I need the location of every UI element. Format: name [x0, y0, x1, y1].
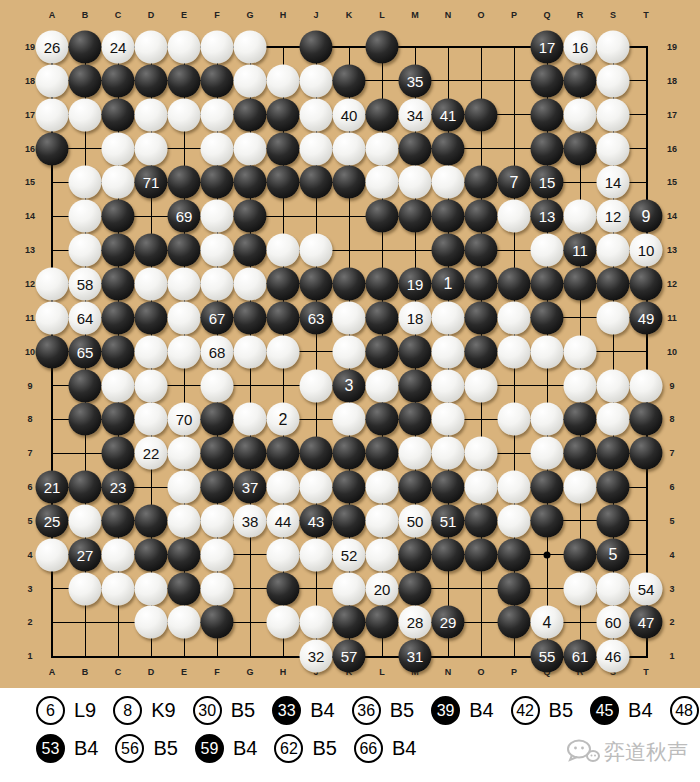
stone-E2: [168, 606, 201, 639]
stone-J17: [300, 98, 333, 131]
stone-Q17: [531, 98, 564, 131]
caption-stone-62: 62: [274, 734, 303, 763]
stone-H17: [267, 98, 300, 131]
stone-E6: [168, 471, 201, 504]
coord-label-row: 5: [27, 516, 32, 526]
move-caption: 弈道秋声 6L98K930B533B436B539B442B545B448B55…: [0, 688, 700, 782]
stone-C17: [102, 98, 135, 131]
coord-label-row: 12: [667, 279, 677, 289]
stone-M12: 19: [399, 267, 432, 300]
caption-point-label: B4: [310, 699, 334, 722]
stone-A19: 26: [36, 31, 69, 64]
coord-label-col: L: [379, 10, 385, 20]
stone-B12: 58: [69, 267, 102, 300]
stone-A6: 21: [36, 471, 69, 504]
stone-D9: [135, 369, 168, 402]
star-point: [544, 551, 551, 558]
move-number: 31: [407, 649, 424, 664]
stone-S15: 14: [597, 166, 630, 199]
coord-label-col: F: [214, 667, 220, 677]
caption-stone-6: 6: [36, 696, 65, 725]
caption-point-label: B4: [74, 737, 98, 760]
caption-stone-48: 48: [670, 696, 699, 725]
stone-P15: 7: [498, 166, 531, 199]
stone-A16: [36, 132, 69, 165]
coord-label-col: J: [313, 10, 318, 20]
stone-O5: [465, 504, 498, 537]
stone-O7: [465, 437, 498, 470]
coord-label-row: 11: [667, 313, 677, 323]
stone-F19: [201, 31, 234, 64]
coord-label-col: G: [246, 667, 253, 677]
stone-N4: [432, 538, 465, 571]
stone-R16: [564, 132, 597, 165]
coord-label-col: H: [280, 667, 287, 677]
stone-B19: [69, 31, 102, 64]
stone-J2: [300, 606, 333, 639]
move-number: 27: [77, 547, 94, 562]
stone-F2: [201, 606, 234, 639]
stone-F8: [201, 403, 234, 436]
stone-L19: [366, 31, 399, 64]
stone-D8: [135, 403, 168, 436]
stone-H13: [267, 234, 300, 267]
stone-G15: [234, 166, 267, 199]
stone-F14: [201, 200, 234, 233]
coord-label-row: 2: [27, 617, 32, 627]
coord-label-row: 17: [667, 110, 677, 120]
caption-point-label: B5: [549, 699, 573, 722]
move-number: 50: [407, 513, 424, 528]
stone-R10: [564, 335, 597, 368]
coord-label-row: 15: [25, 177, 35, 187]
stone-J16: [300, 132, 333, 165]
stone-H8: 2: [267, 403, 300, 436]
stone-N15: [432, 166, 465, 199]
stone-B11: 64: [69, 301, 102, 334]
coord-label-row: 16: [25, 144, 35, 154]
stone-F5: [201, 504, 234, 537]
stone-G17: [234, 98, 267, 131]
stone-M16: [399, 132, 432, 165]
stone-A18: [36, 64, 69, 97]
stone-S8: [597, 403, 630, 436]
move-number: 16: [572, 40, 589, 55]
move-number: 70: [176, 412, 193, 427]
stone-J4: [300, 538, 333, 571]
stone-P10: [498, 335, 531, 368]
coord-label-col: P: [511, 667, 517, 677]
move-number: 61: [572, 649, 589, 664]
stone-C15: [102, 166, 135, 199]
stone-C5: [102, 504, 135, 537]
coord-label-row: 9: [27, 381, 32, 391]
coord-label-row: 8: [669, 414, 674, 424]
stone-L6: [366, 471, 399, 504]
stone-T14: 9: [630, 200, 663, 233]
stone-Q5: [531, 504, 564, 537]
stone-D17: [135, 98, 168, 131]
stone-M10: [399, 335, 432, 368]
stone-G6: 37: [234, 471, 267, 504]
stone-D4: [135, 538, 168, 571]
stone-H18: [267, 64, 300, 97]
stone-P6: [498, 471, 531, 504]
stone-T2: 47: [630, 606, 663, 639]
stone-B3: [69, 572, 102, 605]
move-number: 64: [77, 310, 94, 325]
coord-label-row: 14: [25, 211, 35, 221]
stone-B14: [69, 200, 102, 233]
stone-G13: [234, 234, 267, 267]
stone-D15: 71: [135, 166, 168, 199]
coord-label-col: T: [643, 10, 649, 20]
move-number: 69: [176, 209, 193, 224]
move-number: 18: [407, 310, 424, 325]
stone-P8: [498, 403, 531, 436]
stone-F15: [201, 166, 234, 199]
coord-label-col: N: [445, 667, 452, 677]
stone-L12: [366, 267, 399, 300]
stone-L7: [366, 437, 399, 470]
move-number: 37: [242, 480, 259, 495]
stone-O14: [465, 200, 498, 233]
stone-N8: [432, 403, 465, 436]
coord-label-col: Q: [543, 10, 550, 20]
stone-S16: [597, 132, 630, 165]
coord-label-row: 19: [25, 42, 35, 52]
stone-K3: [333, 572, 366, 605]
move-number: 4: [543, 614, 552, 630]
stone-S4: 5: [597, 538, 630, 571]
stone-E12: [168, 267, 201, 300]
stone-M6: [399, 471, 432, 504]
coord-label-row: 6: [27, 482, 32, 492]
coord-label-col: C: [115, 667, 122, 677]
stone-H2: [267, 606, 300, 639]
stone-T3: 54: [630, 572, 663, 605]
stone-R9: [564, 369, 597, 402]
stone-S14: 12: [597, 200, 630, 233]
stone-Q14: 13: [531, 200, 564, 233]
caption-stone-45: 45: [590, 696, 619, 725]
coord-label-col: O: [477, 667, 484, 677]
stone-S9: [597, 369, 630, 402]
stone-E4: [168, 538, 201, 571]
coord-label-row: 13: [667, 245, 677, 255]
stone-T7: [630, 437, 663, 470]
stone-C10: [102, 335, 135, 368]
move-number: 29: [440, 615, 457, 630]
stone-N13: [432, 234, 465, 267]
stone-K15: [333, 166, 366, 199]
move-number: 46: [605, 649, 622, 664]
coord-label-row: 3: [27, 584, 32, 594]
stone-F9: [201, 369, 234, 402]
stone-E13: [168, 234, 201, 267]
stone-C9: [102, 369, 135, 402]
stone-M15: [399, 166, 432, 199]
move-number: 19: [407, 276, 424, 291]
move-number: 44: [275, 513, 292, 528]
caption-point-label: B4: [392, 737, 416, 760]
stone-R7: [564, 437, 597, 470]
move-number: 12: [605, 209, 622, 224]
stone-K6: [333, 471, 366, 504]
stone-J18: [300, 64, 333, 97]
move-number: 10: [638, 243, 655, 258]
stone-R4: [564, 538, 597, 571]
stone-M1: 31: [399, 640, 432, 673]
stone-O10: [465, 335, 498, 368]
stone-L15: [366, 166, 399, 199]
stone-S17: [597, 98, 630, 131]
stone-C18: [102, 64, 135, 97]
stone-Q18: [531, 64, 564, 97]
stone-D18: [135, 64, 168, 97]
stone-K16: [333, 132, 366, 165]
move-number: 63: [308, 310, 325, 325]
stone-S19: [597, 31, 630, 64]
caption-stone-8: 8: [113, 696, 142, 725]
watermark-text: 弈道秋声: [604, 738, 688, 766]
stone-S3: [597, 572, 630, 605]
coord-label-col: K: [346, 10, 353, 20]
coord-label-row: 4: [669, 550, 674, 560]
coord-label-col: T: [643, 667, 649, 677]
stone-F13: [201, 234, 234, 267]
stone-R14: [564, 200, 597, 233]
coord-label-row: 5: [669, 516, 674, 526]
stone-J13: [300, 234, 333, 267]
go-board: AABBCCDDEEFFGGHHJJKKLLMMNNOOPPQQRRSSTT19…: [0, 0, 700, 688]
stone-Q13: [531, 234, 564, 267]
move-number: 21: [44, 480, 61, 495]
stone-N11: [432, 301, 465, 334]
stone-H12: [267, 267, 300, 300]
coord-label-row: 1: [669, 651, 674, 661]
stone-G12: [234, 267, 267, 300]
stone-G8: [234, 403, 267, 436]
stone-L14: [366, 200, 399, 233]
stone-J12: [300, 267, 333, 300]
stone-J11: 63: [300, 301, 333, 334]
stone-G10: [234, 335, 267, 368]
stone-N5: 51: [432, 504, 465, 537]
caption-stone-53: 53: [36, 734, 65, 763]
move-number: 38: [242, 513, 259, 528]
stone-R19: 16: [564, 31, 597, 64]
stone-S6: [597, 471, 630, 504]
stone-C14: [102, 200, 135, 233]
move-number: 68: [209, 344, 226, 359]
stone-B13: [69, 234, 102, 267]
stone-O9: [465, 369, 498, 402]
stone-D11: [135, 301, 168, 334]
stone-K11: [333, 301, 366, 334]
stone-M14: [399, 200, 432, 233]
stone-D3: [135, 572, 168, 605]
move-number: 32: [308, 649, 325, 664]
stone-F6: [201, 471, 234, 504]
caption-stone-42: 42: [511, 696, 540, 725]
stone-S18: [597, 64, 630, 97]
stone-B17: [69, 98, 102, 131]
coord-label-row: 7: [669, 448, 674, 458]
move-number: 5: [609, 547, 618, 563]
stone-E15: [168, 166, 201, 199]
move-number: 24: [110, 40, 127, 55]
stone-K1: 57: [333, 640, 366, 673]
coord-label-col: A: [49, 10, 56, 20]
stone-L8: [366, 403, 399, 436]
stone-R12: [564, 267, 597, 300]
coord-label-col: E: [181, 667, 187, 677]
move-number: 34: [407, 107, 424, 122]
stone-N9: [432, 369, 465, 402]
stone-F16: [201, 132, 234, 165]
move-number: 11: [572, 243, 588, 258]
stone-K18: [333, 64, 366, 97]
stone-T9: [630, 369, 663, 402]
stone-R18: [564, 64, 597, 97]
stone-C4: [102, 538, 135, 571]
stone-B4: 27: [69, 538, 102, 571]
stone-M7: [399, 437, 432, 470]
move-number: 20: [374, 581, 391, 596]
stone-Q1: 55: [531, 640, 564, 673]
stone-L16: [366, 132, 399, 165]
stone-R6: [564, 471, 597, 504]
coord-label-col: D: [148, 10, 155, 20]
move-number: 35: [407, 73, 424, 88]
move-number: 57: [341, 649, 358, 664]
move-number: 58: [77, 276, 94, 291]
stone-K17: 40: [333, 98, 366, 131]
caption-stone-39: 39: [431, 696, 460, 725]
coord-label-row: 7: [27, 448, 32, 458]
move-number: 3: [345, 378, 354, 394]
stone-S2: 60: [597, 606, 630, 639]
stone-C3: [102, 572, 135, 605]
stone-R8: [564, 403, 597, 436]
stone-H3: [267, 572, 300, 605]
stone-K9: 3: [333, 369, 366, 402]
caption-row-1: 6L98K930B533B436B539B442B545B448B5: [36, 696, 700, 725]
coord-label-col: R: [577, 10, 584, 20]
stone-M11: 18: [399, 301, 432, 334]
move-number: 15: [539, 175, 556, 190]
stone-Q19: 17: [531, 31, 564, 64]
stone-H16: [267, 132, 300, 165]
stone-N17: 41: [432, 98, 465, 131]
stone-M9: [399, 369, 432, 402]
move-number: 51: [440, 513, 457, 528]
coord-label-col: P: [511, 10, 517, 20]
stone-J19: [300, 31, 333, 64]
stone-H15: [267, 166, 300, 199]
stone-O11: [465, 301, 498, 334]
caption-stone-30: 30: [193, 696, 222, 725]
caption-row-2: 53B456B559B462B566B4: [36, 734, 433, 763]
stone-A5: 25: [36, 504, 69, 537]
coord-label-row: 2: [669, 617, 674, 627]
coord-label-col: B: [82, 10, 89, 20]
coord-label-col: N: [445, 10, 452, 20]
stone-H5: 44: [267, 504, 300, 537]
stone-J5: 43: [300, 504, 333, 537]
stone-H10: [267, 335, 300, 368]
watermark: 弈道秋声: [566, 738, 688, 766]
stone-K4: 52: [333, 538, 366, 571]
stone-R1: 61: [564, 640, 597, 673]
move-number: 9: [642, 208, 651, 224]
stone-A10: [36, 335, 69, 368]
stone-B5: [69, 504, 102, 537]
caption-point-label: B5: [231, 699, 255, 722]
stone-K5: [333, 504, 366, 537]
stone-E11: [168, 301, 201, 334]
stone-P11: [498, 301, 531, 334]
stone-J9: [300, 369, 333, 402]
stone-J7: [300, 437, 333, 470]
coord-label-row: 9: [669, 381, 674, 391]
coord-label-col: B: [82, 667, 89, 677]
stone-R3: [564, 572, 597, 605]
stone-E5: [168, 504, 201, 537]
caption-point-label: B4: [469, 699, 493, 722]
stone-Q7: [531, 437, 564, 470]
move-number: 52: [341, 547, 358, 562]
stone-M17: 34: [399, 98, 432, 131]
stone-P2: [498, 606, 531, 639]
stone-D2: [135, 606, 168, 639]
coord-label-col: F: [214, 10, 220, 20]
stone-Q10: [531, 335, 564, 368]
stone-N10: [432, 335, 465, 368]
coord-label-row: 19: [667, 42, 677, 52]
coord-label-col: O: [477, 10, 484, 20]
stone-L10: [366, 335, 399, 368]
caption-stone-66: 66: [354, 734, 383, 763]
stone-C16: [102, 132, 135, 165]
stone-S1: 46: [597, 640, 630, 673]
stone-P3: [498, 572, 531, 605]
stone-H7: [267, 437, 300, 470]
move-number: 43: [308, 513, 325, 528]
move-number: 7: [510, 174, 519, 190]
stone-S12: [597, 267, 630, 300]
stone-K12: [333, 267, 366, 300]
coord-label-row: 4: [27, 550, 32, 560]
coord-label-row: 1: [27, 651, 32, 661]
move-number: 23: [110, 480, 127, 495]
move-number: 17: [539, 40, 556, 55]
stone-R17: [564, 98, 597, 131]
stone-T8: [630, 403, 663, 436]
coord-label-row: 18: [25, 76, 35, 86]
caption-point-label: L9: [74, 699, 96, 722]
stone-T11: 49: [630, 301, 663, 334]
stone-L9: [366, 369, 399, 402]
stone-P12: [498, 267, 531, 300]
stone-E10: [168, 335, 201, 368]
stone-K7: [333, 437, 366, 470]
stone-E3: [168, 572, 201, 605]
move-number: 67: [209, 310, 226, 325]
caption-stone-33: 33: [272, 696, 301, 725]
stone-M18: 35: [399, 64, 432, 97]
